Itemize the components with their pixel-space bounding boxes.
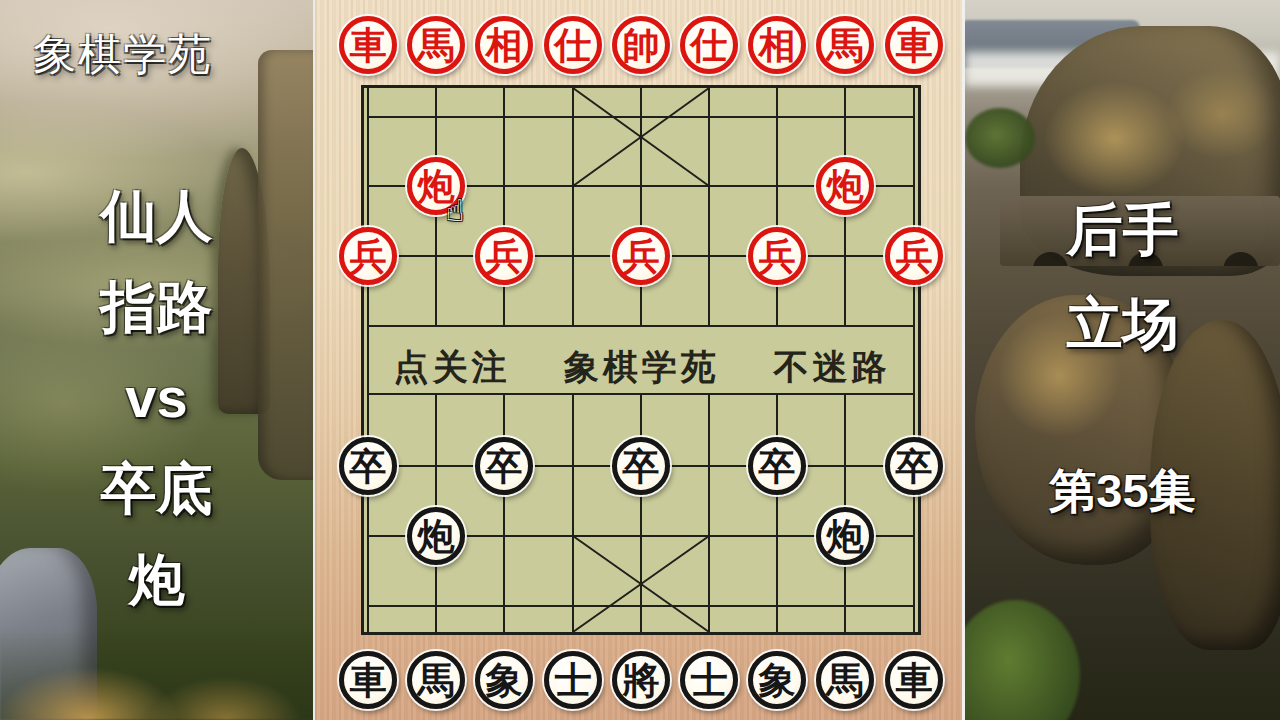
title-line: 指路	[101, 275, 213, 339]
piece-red-k-e9[interactable]: 帥	[612, 16, 670, 74]
hand-cursor-icon: ☝	[446, 193, 464, 228]
episode-number: 第35集	[965, 460, 1280, 523]
piece-black-c-h2[interactable]: 炮	[816, 507, 874, 565]
river-text-center: 象棋学苑	[564, 344, 720, 391]
piece-red-r-i9[interactable]: 車	[885, 16, 943, 74]
piece-red-b-g9[interactable]: 相	[748, 16, 806, 74]
title-line: 炮	[129, 548, 185, 612]
channel-watermark: 象棋学苑	[33, 26, 213, 84]
piece-black-k-e0[interactable]: 將	[612, 651, 670, 709]
piece-black-c-b2[interactable]: 炮	[407, 507, 465, 565]
tree-tuft	[965, 108, 1035, 168]
piece-black-p-a3[interactable]: 卒	[339, 437, 397, 495]
title-line: 后手	[1067, 198, 1179, 262]
opening-title: 仙人 指路 vs 卒底 炮	[0, 184, 313, 612]
piece-red-a-f9[interactable]: 仕	[680, 16, 738, 74]
title-line: 卒底	[101, 457, 213, 521]
piece-black-b-g0[interactable]: 象	[748, 651, 806, 709]
piece-red-p-e6[interactable]: 兵	[612, 227, 670, 285]
piece-black-n-h0[interactable]: 馬	[816, 651, 874, 709]
piece-red-r-a9[interactable]: 車	[339, 16, 397, 74]
piece-black-r-a0[interactable]: 車	[339, 651, 397, 709]
piece-red-c-h7[interactable]: 炮	[816, 157, 874, 215]
piece-black-p-i3[interactable]: 卒	[885, 437, 943, 495]
piece-red-p-i6[interactable]: 兵	[885, 227, 943, 285]
river-text-left: 点关注	[394, 344, 511, 391]
piece-red-p-c6[interactable]: 兵	[475, 227, 533, 285]
board-panel: 点关注 象棋学苑 不迷路 車馬相仕帥仕相馬車炮炮兵兵兵兵兵卒卒卒卒卒炮炮車馬象士…	[313, 0, 965, 720]
golden-bushes	[0, 630, 313, 720]
piece-red-n-b9[interactable]: 馬	[407, 16, 465, 74]
piece-black-a-f0[interactable]: 士	[680, 651, 738, 709]
piece-black-p-e3[interactable]: 卒	[612, 437, 670, 495]
piece-red-a-d9[interactable]: 仕	[544, 16, 602, 74]
piece-red-p-a6[interactable]: 兵	[339, 227, 397, 285]
title-line-vs: vs	[125, 366, 187, 430]
river-text-right: 不迷路	[774, 344, 891, 391]
piece-red-n-h9[interactable]: 馬	[816, 16, 874, 74]
piece-black-r-i0[interactable]: 車	[885, 651, 943, 709]
piece-black-a-d0[interactable]: 士	[544, 651, 602, 709]
piece-black-p-c3[interactable]: 卒	[475, 437, 533, 495]
piece-red-p-g6[interactable]: 兵	[748, 227, 806, 285]
piece-black-n-b0[interactable]: 馬	[407, 651, 465, 709]
title-line: 仙人	[101, 184, 213, 248]
side-title: 后手 立场	[965, 198, 1280, 356]
left-photo-panel: 象棋学苑 仙人 指路 vs 卒底 炮	[0, 0, 313, 720]
river-banner: 点关注 象棋学苑 不迷路	[315, 344, 965, 388]
video-frame: 象棋学苑 仙人 指路 vs 卒底 炮 点关注 象棋学苑 不迷路 車馬相仕帥仕相馬…	[0, 0, 1280, 720]
title-line: 立场	[1067, 292, 1179, 356]
piece-black-b-c0[interactable]: 象	[475, 651, 533, 709]
right-photo-panel: 后手 立场 第35集	[965, 0, 1280, 720]
piece-black-p-g3[interactable]: 卒	[748, 437, 806, 495]
piece-red-b-c9[interactable]: 相	[475, 16, 533, 74]
green-tree	[965, 600, 1080, 720]
